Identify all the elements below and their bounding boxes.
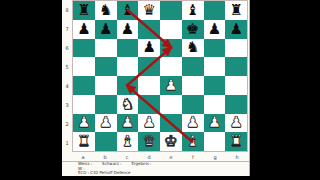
piece-wp[interactable]: ♟ [121, 114, 134, 133]
piece-wn[interactable]: ♞ [121, 95, 134, 114]
square-d5[interactable] [138, 57, 160, 76]
file-label-f: f [182, 152, 204, 161]
square-b1[interactable] [95, 132, 117, 151]
black-player-label: Schwarz : [102, 161, 121, 166]
rank-label-2: 2 [62, 114, 72, 133]
square-h7[interactable]: ♟ [225, 20, 247, 39]
square-b7[interactable]: ♟ [95, 20, 117, 39]
square-h6[interactable] [225, 39, 247, 58]
square-e8[interactable] [160, 1, 182, 20]
square-f5[interactable] [182, 57, 204, 76]
square-h4[interactable] [225, 76, 247, 95]
piece-bb[interactable]: ♝ [121, 1, 134, 20]
square-g5[interactable] [204, 57, 226, 76]
square-f2[interactable]: ♟ [182, 114, 204, 133]
piece-bb[interactable]: ♝ [186, 1, 199, 20]
square-f8[interactable]: ♝ [182, 1, 204, 20]
square-f1[interactable]: ♝ [182, 132, 204, 151]
square-h3[interactable] [225, 95, 247, 114]
square-g3[interactable] [204, 95, 226, 114]
rank-label-6: 6 [62, 38, 72, 57]
square-a1[interactable]: ♜ [73, 132, 95, 151]
piece-bp[interactable]: ♟ [208, 20, 221, 39]
square-g8[interactable] [204, 1, 226, 20]
square-c5[interactable] [117, 57, 139, 76]
piece-bp[interactable]: ♟ [229, 20, 242, 39]
square-d6[interactable]: ♟ [138, 39, 160, 58]
square-a7[interactable]: ♟ [73, 20, 95, 39]
square-d4[interactable] [138, 76, 160, 95]
piece-wb[interactable]: ♝ [186, 132, 199, 151]
piece-wp[interactable]: ♟ [208, 114, 221, 133]
rank-labels: 87654321 [62, 0, 72, 152]
rank-label-8: 8 [62, 0, 72, 19]
square-b5[interactable] [95, 57, 117, 76]
square-a8[interactable]: ♜ [73, 1, 95, 20]
square-f4[interactable] [182, 76, 204, 95]
rank-label-7: 7 [62, 19, 72, 38]
piece-wp[interactable]: ♟ [186, 114, 199, 133]
square-f3[interactable] [182, 95, 204, 114]
square-a3[interactable] [73, 95, 95, 114]
piece-wr[interactable]: ♜ [77, 132, 90, 151]
square-a6[interactable] [73, 39, 95, 58]
piece-wp[interactable]: ♟ [142, 114, 155, 133]
game-info-caption: Weiss :Schwarz :Ergebnis : W : ECO : C42… [62, 161, 249, 176]
rank-label-1: 1 [62, 133, 72, 152]
rank-label-4: 4 [62, 76, 72, 95]
square-h2[interactable]: ♟ [225, 114, 247, 133]
piece-bp[interactable]: ♟ [99, 20, 112, 39]
file-label-d: d [138, 152, 160, 161]
piece-wr[interactable]: ♜ [229, 132, 242, 151]
piece-bp[interactable]: ♟ [142, 39, 155, 58]
square-e2[interactable] [160, 114, 182, 133]
piece-bq[interactable]: ♛ [142, 1, 155, 20]
piece-wp[interactable]: ♟ [229, 114, 242, 133]
square-b3[interactable] [95, 95, 117, 114]
square-g2[interactable]: ♟ [204, 114, 226, 133]
square-e7[interactable] [160, 20, 182, 39]
square-b2[interactable]: ♟ [95, 114, 117, 133]
chess-board[interactable]: ♜♞♝♛♝♜♟♟♟♚♟♟♟♞♟♞♟♟♟♟♟♟♟♜♝♛♚♝♜ [72, 0, 248, 152]
file-label-a: a [72, 152, 94, 161]
square-a4[interactable] [73, 76, 95, 95]
piece-wp[interactable]: ♟ [77, 114, 90, 133]
file-labels: abcdefgh [72, 152, 248, 161]
square-a2[interactable]: ♟ [73, 114, 95, 133]
square-b6[interactable] [95, 39, 117, 58]
square-h8[interactable]: ♜ [225, 1, 247, 20]
piece-bn[interactable]: ♞ [99, 1, 112, 20]
square-d7[interactable] [138, 20, 160, 39]
piece-bp[interactable]: ♟ [77, 20, 90, 39]
square-f7[interactable]: ♚ [182, 20, 204, 39]
piece-wb[interactable]: ♝ [121, 132, 134, 151]
square-b4[interactable] [95, 76, 117, 95]
square-c1[interactable]: ♝ [117, 132, 139, 151]
square-c4[interactable] [117, 76, 139, 95]
square-c6[interactable] [117, 39, 139, 58]
square-e3[interactable] [160, 95, 182, 114]
square-d8[interactable]: ♛ [138, 1, 160, 20]
square-g1[interactable] [204, 132, 226, 151]
rank-label-5: 5 [62, 57, 72, 76]
square-e6[interactable] [160, 39, 182, 58]
square-g7[interactable]: ♟ [204, 20, 226, 39]
square-d3[interactable] [138, 95, 160, 114]
piece-wp[interactable]: ♟ [164, 76, 177, 95]
square-b8[interactable]: ♞ [95, 1, 117, 20]
square-h1[interactable]: ♜ [225, 132, 247, 151]
file-label-e: e [160, 152, 182, 161]
result-label: Ergebnis : [131, 161, 151, 166]
piece-wp[interactable]: ♟ [99, 114, 112, 133]
eco-label: ECO : C42 Petroff Defence [78, 171, 249, 176]
file-label-g: g [204, 152, 226, 161]
chess-viewer-panel: 87654321 ♜♞♝♛♝♜♟♟♟♚♟♟♟♞♟♞♟♟♟♟♟♟♟♜♝♛♚♝♜ a… [62, 0, 250, 176]
square-c8[interactable]: ♝ [117, 1, 139, 20]
file-label-h: h [226, 152, 248, 161]
square-f6[interactable]: ♞ [182, 39, 204, 58]
rank-label-3: 3 [62, 95, 72, 114]
file-label-b: b [94, 152, 116, 161]
piece-bp[interactable]: ♟ [121, 20, 134, 39]
piece-bn[interactable]: ♞ [186, 39, 199, 58]
square-d2[interactable]: ♟ [138, 114, 160, 133]
square-e4[interactable]: ♟ [160, 76, 182, 95]
square-e5[interactable] [160, 57, 182, 76]
square-c2[interactable]: ♟ [117, 114, 139, 133]
square-c3[interactable]: ♞ [117, 95, 139, 114]
piece-wq[interactable]: ♛ [142, 132, 155, 151]
file-label-c: c [116, 152, 138, 161]
piece-wk[interactable]: ♚ [164, 132, 177, 151]
square-c7[interactable]: ♟ [117, 20, 139, 39]
square-e1[interactable]: ♚ [160, 132, 182, 151]
square-d1[interactable]: ♛ [138, 132, 160, 151]
square-g6[interactable] [204, 39, 226, 58]
square-a5[interactable] [73, 57, 95, 76]
square-g4[interactable] [204, 76, 226, 95]
piece-bk[interactable]: ♚ [186, 20, 199, 39]
piece-br[interactable]: ♜ [229, 1, 242, 20]
square-h5[interactable] [225, 57, 247, 76]
piece-br[interactable]: ♜ [77, 1, 90, 20]
